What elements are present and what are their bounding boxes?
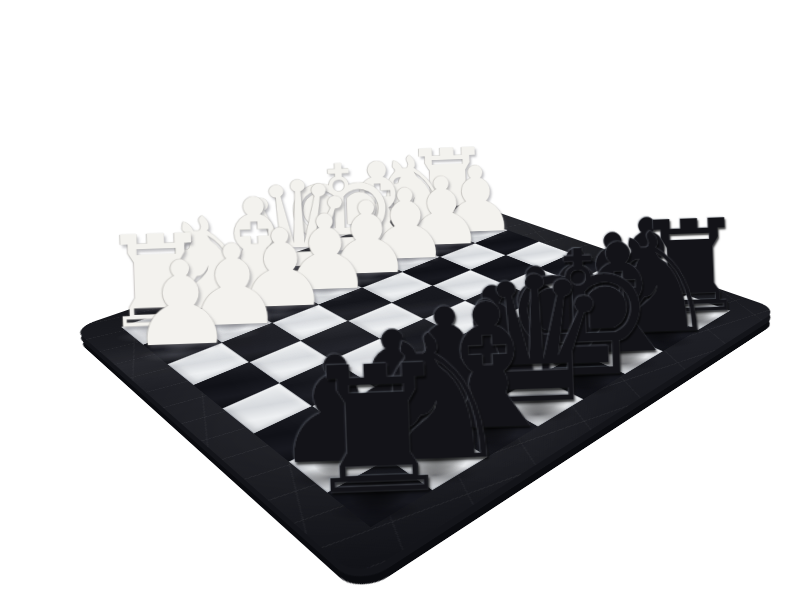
piece-shadow — [258, 294, 307, 316]
piece-reflection — [262, 277, 328, 289]
piece-shadow — [352, 235, 406, 256]
scene: ♜♟♞♟♝♟♚♟♛♟♝♟♟♞♜♟♟♜♞♟♟♝♟♚♟♛♟♝♟♞♟♜ — [0, 0, 800, 605]
piece-reflection — [420, 222, 475, 231]
square-g1 — [385, 222, 447, 246]
chess-board: ♜♟♞♟♝♟♚♟♛♟♝♟♟♞♜♟♟♜♞♟♟♝♟♚♟♛♟♝♟♞♟♜ — [74, 197, 779, 579]
white-rook-glyph: ♜ — [402, 135, 494, 237]
square-d2 — [292, 274, 362, 305]
white-pawn-glyph: ♟ — [320, 186, 413, 289]
piece-reflection — [306, 262, 369, 273]
square-f1 — [348, 234, 412, 259]
white-knight-glyph: ♞ — [364, 141, 463, 251]
white-king-glyph: ♚ — [279, 146, 401, 281]
piece-shadow — [303, 278, 350, 299]
pieces-layer: ♜♟♞♟♝♟♚♟♛♟♝♟♟♞♜♟♟♜♞♟♟♝♟♚♟♛♟♝♟♞♟♜ — [121, 210, 730, 528]
square-d1 — [266, 261, 334, 290]
piece-shadow — [457, 223, 498, 239]
piece-shadow — [345, 263, 390, 282]
white-pawn-glyph: ♟ — [361, 174, 451, 274]
piece-shadow — [226, 277, 286, 303]
piece-reflection — [384, 234, 441, 244]
product-photo: ♜♟♞♟♝♟♚♟♛♟♝♟♟♞♜♟♟♜♞♟♟♝♟♚♟♛♟♝♟♞♟♜ — [0, 0, 800, 605]
square-c2 — [246, 290, 319, 323]
piece-shadow — [269, 261, 332, 288]
white-pawn-glyph: ♟ — [231, 213, 331, 324]
white-queen-glyph: ♛ — [238, 162, 359, 296]
piece-shadow — [389, 223, 442, 243]
square-h1 — [419, 210, 479, 232]
piece-reflection — [240, 308, 311, 322]
piece-shadow — [310, 247, 373, 273]
piece-shadow — [385, 249, 429, 267]
camera-tilt: ♜♟♞♟♝♟♚♟♛♟♝♟♟♞♜♟♟♜♞♟♟♝♟♚♟♛♟♝♟♞♟♜ — [0, 0, 800, 605]
piece-shadow — [425, 212, 474, 230]
white-pawn-glyph: ♟ — [277, 199, 373, 306]
square-e1 — [308, 247, 374, 274]
piece-reflection — [346, 248, 406, 258]
white-bishop-glyph: ♝ — [324, 146, 431, 265]
